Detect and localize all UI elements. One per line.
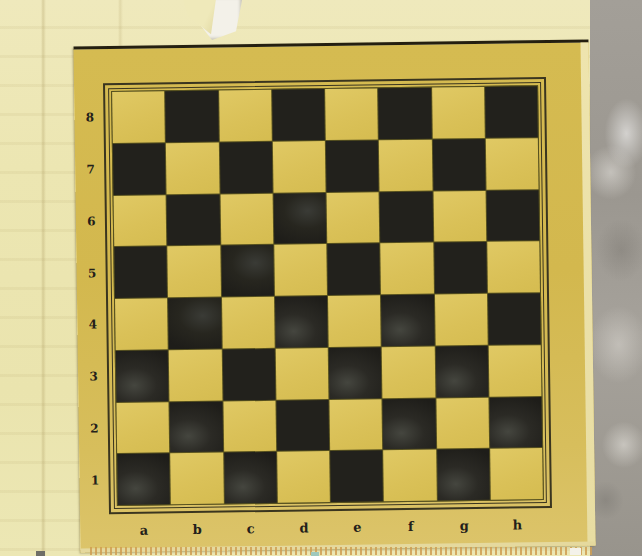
square-h6[interactable] [486,190,539,241]
file-label-h: h [491,514,545,535]
square-f7[interactable] [379,139,432,190]
square-f5[interactable] [381,243,434,294]
square-h3[interactable] [488,345,541,396]
square-a2[interactable] [116,402,169,453]
square-c3[interactable] [222,349,275,400]
chessboard-mat: 87654321 abcdefgh [73,39,595,552]
square-d7[interactable] [273,141,326,192]
square-d6[interactable] [273,193,326,244]
square-b2[interactable] [170,401,223,452]
square-g2[interactable] [436,397,489,448]
file-labels: abcdefgh [117,514,544,540]
square-a3[interactable] [116,350,169,401]
square-a8[interactable] [112,91,165,142]
square-d4[interactable] [275,296,328,347]
square-d3[interactable] [275,348,328,399]
rank-label-8: 8 [78,91,102,143]
square-h2[interactable] [489,397,542,448]
file-label-a: a [117,519,171,540]
rank-labels: 87654321 [78,91,107,506]
square-g7[interactable] [432,139,485,190]
square-e4[interactable] [328,295,381,346]
file-label-f: f [384,516,438,537]
board-frame [103,77,552,514]
square-b6[interactable] [167,194,220,245]
rank-label-2: 2 [82,402,106,454]
square-g8[interactable] [432,87,485,138]
square-d5[interactable] [274,244,327,295]
square-a4[interactable] [115,298,168,349]
square-h7[interactable] [486,138,539,189]
square-f4[interactable] [381,295,434,346]
square-b7[interactable] [166,142,219,193]
square-f1[interactable] [383,450,436,501]
square-b4[interactable] [168,298,221,349]
file-label-d: d [277,517,331,538]
square-g1[interactable] [437,449,490,500]
square-b8[interactable] [165,91,218,142]
square-d8[interactable] [272,89,325,140]
board-inner-frame [108,82,547,509]
square-f8[interactable] [378,88,431,139]
debris-speck-gray [36,551,45,556]
square-c5[interactable] [221,245,274,296]
square-g3[interactable] [435,346,488,397]
square-d1[interactable] [277,451,330,502]
square-a1[interactable] [117,454,170,505]
mat-fringe-edge [90,547,592,555]
square-e7[interactable] [326,140,379,191]
file-label-c: c [224,518,278,539]
square-c7[interactable] [219,142,272,193]
square-b1[interactable] [170,453,223,504]
square-h5[interactable] [487,241,540,292]
square-c6[interactable] [220,193,273,244]
file-label-b: b [170,519,224,540]
square-f3[interactable] [382,346,435,397]
square-g4[interactable] [434,294,487,345]
square-e1[interactable] [330,451,383,502]
file-label-e: e [331,516,385,537]
square-c2[interactable] [223,400,276,451]
square-e3[interactable] [329,347,382,398]
square-h8[interactable] [485,86,538,137]
square-h4[interactable] [488,293,541,344]
square-e5[interactable] [327,244,380,295]
rank-label-6: 6 [80,195,104,247]
square-h1[interactable] [490,448,543,499]
square-c4[interactable] [222,297,275,348]
rank-label-5: 5 [80,247,104,299]
square-g6[interactable] [433,190,486,241]
concrete-floor [590,0,642,556]
rank-label-7: 7 [79,143,103,195]
square-a5[interactable] [114,247,167,298]
square-f6[interactable] [380,191,433,242]
square-g5[interactable] [434,242,487,293]
square-e2[interactable] [329,399,382,450]
debris-speck-teal [311,552,319,556]
square-b3[interactable] [169,349,222,400]
file-label-g: g [437,515,491,536]
square-a6[interactable] [114,195,167,246]
square-b5[interactable] [168,246,221,297]
debris-speck-white [570,548,581,555]
square-e6[interactable] [327,192,380,243]
chessboard [111,85,544,506]
rank-label-4: 4 [81,299,105,351]
square-e8[interactable] [325,88,378,139]
rank-label-3: 3 [82,351,106,403]
square-c1[interactable] [224,452,277,503]
square-d2[interactable] [276,400,329,451]
photo-scene: 87654321 abcdefgh [0,0,642,556]
rank-label-1: 1 [83,454,107,506]
square-c8[interactable] [219,90,272,141]
square-a7[interactable] [113,143,166,194]
square-f2[interactable] [383,398,436,449]
